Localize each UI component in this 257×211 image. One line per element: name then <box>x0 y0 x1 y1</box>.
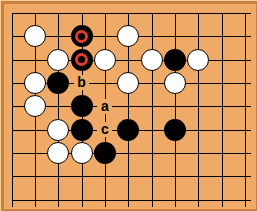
white-stone <box>187 49 209 71</box>
white-stone <box>24 25 46 47</box>
black-stone <box>47 72 69 94</box>
white-stone <box>47 142 69 164</box>
white-stone <box>71 142 93 164</box>
go-board-diagram: bac <box>0 0 257 211</box>
black-stone <box>94 142 116 164</box>
white-stone <box>47 49 69 71</box>
white-stone <box>117 72 139 94</box>
black-stone-marked <box>71 49 93 71</box>
white-stone <box>141 49 163 71</box>
white-stone <box>164 72 186 94</box>
white-stone <box>94 49 116 71</box>
white-stone <box>24 95 46 117</box>
point-label-c: c <box>97 122 112 137</box>
white-stone <box>47 119 69 141</box>
black-stone-marked <box>71 25 93 47</box>
black-stone <box>71 119 93 141</box>
black-stone <box>117 119 139 141</box>
black-stone <box>164 119 186 141</box>
white-stone <box>117 25 139 47</box>
black-stone <box>71 95 93 117</box>
point-label-a: a <box>97 99 112 114</box>
red-circle-marker <box>75 53 88 66</box>
point-label-b: b <box>74 75 89 90</box>
black-stone <box>164 49 186 71</box>
board-grid: bac <box>0 1 257 211</box>
red-circle-marker <box>75 30 88 43</box>
white-stone <box>24 72 46 94</box>
